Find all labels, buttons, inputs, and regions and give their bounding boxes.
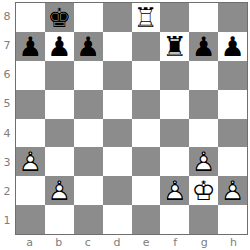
piece-black-pawn-c7[interactable]: ♙♟ — [74, 32, 103, 61]
square-b7[interactable]: ♙♟ — [45, 32, 74, 61]
square-h2[interactable]: ♟♙ — [218, 176, 247, 205]
piece-black-rook-f7[interactable]: ♖♜ — [160, 32, 189, 61]
square-b4[interactable] — [45, 119, 74, 148]
square-b6[interactable] — [45, 61, 74, 90]
square-a2[interactable] — [16, 176, 45, 205]
square-d7[interactable] — [103, 32, 132, 61]
square-c5[interactable] — [74, 90, 103, 119]
square-h8[interactable] — [218, 3, 247, 32]
file-label-e: e — [132, 235, 161, 249]
square-e6[interactable] — [132, 61, 161, 90]
piece-glyph: ♚ — [45, 3, 74, 32]
square-a7[interactable]: ♙♟ — [16, 32, 45, 61]
piece-glyph: ♙ — [45, 176, 74, 205]
file-label-h: h — [219, 235, 248, 249]
piece-white-rook-e8[interactable]: ♜♖ — [132, 3, 161, 32]
square-h3[interactable] — [218, 147, 247, 176]
square-a4[interactable] — [16, 119, 45, 148]
piece-glyph-underlay: ♟ — [189, 147, 218, 176]
square-b8[interactable]: ♔♚ — [45, 3, 74, 32]
square-c1[interactable] — [74, 205, 103, 234]
piece-black-pawn-g7[interactable]: ♙♟ — [189, 32, 218, 61]
piece-glyph: ♙ — [16, 147, 45, 176]
square-d3[interactable] — [103, 147, 132, 176]
square-h1[interactable] — [218, 205, 247, 234]
piece-glyph-underlay: ♟ — [45, 176, 74, 205]
square-a8[interactable] — [16, 3, 45, 32]
square-d4[interactable] — [103, 119, 132, 148]
square-d5[interactable] — [103, 90, 132, 119]
piece-glyph-underlay: ♜ — [132, 3, 161, 32]
square-e7[interactable] — [132, 32, 161, 61]
square-d2[interactable] — [103, 176, 132, 205]
rank-label-2: 2 — [0, 177, 14, 206]
piece-glyph: ♟ — [45, 32, 74, 61]
piece-glyph: ♙ — [160, 176, 189, 205]
piece-glyph-underlay: ♔ — [45, 3, 74, 32]
piece-white-pawn-a3[interactable]: ♟♙ — [16, 147, 45, 176]
square-g5[interactable] — [189, 90, 218, 119]
square-h7[interactable]: ♙♟ — [218, 32, 247, 61]
file-label-g: g — [190, 235, 219, 249]
square-d1[interactable] — [103, 205, 132, 234]
piece-white-pawn-h2[interactable]: ♟♙ — [218, 176, 247, 205]
square-e4[interactable] — [132, 119, 161, 148]
rank-label-1: 1 — [0, 206, 14, 235]
file-label-c: c — [73, 235, 102, 249]
square-g3[interactable]: ♟♙ — [189, 147, 218, 176]
square-h4[interactable] — [218, 119, 247, 148]
piece-glyph: ♟ — [189, 32, 218, 61]
square-g2[interactable]: ♚♔ — [189, 176, 218, 205]
rank-labels: 87654321 — [0, 2, 14, 235]
square-a5[interactable] — [16, 90, 45, 119]
square-f7[interactable]: ♖♜ — [160, 32, 189, 61]
piece-glyph: ♟ — [218, 32, 247, 61]
piece-glyph: ♜ — [160, 32, 189, 61]
square-c7[interactable]: ♙♟ — [74, 32, 103, 61]
rank-label-6: 6 — [0, 60, 14, 89]
piece-glyph-underlay: ♟ — [160, 176, 189, 205]
square-b1[interactable] — [45, 205, 74, 234]
piece-glyph-underlay: ♙ — [45, 32, 74, 61]
square-e1[interactable] — [132, 205, 161, 234]
piece-glyph: ♖ — [132, 3, 161, 32]
piece-glyph-underlay: ♟ — [16, 147, 45, 176]
rank-label-3: 3 — [0, 148, 14, 177]
rank-label-7: 7 — [0, 31, 14, 60]
square-e8[interactable]: ♜♖ — [132, 3, 161, 32]
piece-glyph-underlay: ♙ — [74, 32, 103, 61]
square-g7[interactable]: ♙♟ — [189, 32, 218, 61]
square-c8[interactable] — [74, 3, 103, 32]
square-g1[interactable] — [189, 205, 218, 234]
square-g6[interactable] — [189, 61, 218, 90]
piece-glyph: ♟ — [74, 32, 103, 61]
square-c6[interactable] — [74, 61, 103, 90]
square-a1[interactable] — [16, 205, 45, 234]
piece-glyph: ♙ — [218, 176, 247, 205]
square-f4[interactable] — [160, 119, 189, 148]
file-label-b: b — [44, 235, 73, 249]
piece-glyph-underlay: ♙ — [16, 32, 45, 61]
rank-label-4: 4 — [0, 119, 14, 148]
file-labels: abcdefgh — [15, 235, 248, 249]
file-label-d: d — [102, 235, 131, 249]
square-g4[interactable] — [189, 119, 218, 148]
square-c4[interactable] — [74, 119, 103, 148]
piece-glyph: ♟ — [16, 32, 45, 61]
square-e3[interactable] — [132, 147, 161, 176]
square-b2[interactable]: ♟♙ — [45, 176, 74, 205]
piece-glyph-underlay: ♖ — [160, 32, 189, 61]
rank-label-8: 8 — [0, 2, 14, 31]
square-f6[interactable] — [160, 61, 189, 90]
square-f5[interactable] — [160, 90, 189, 119]
square-f8[interactable] — [160, 3, 189, 32]
piece-glyph: ♙ — [189, 147, 218, 176]
square-h6[interactable] — [218, 61, 247, 90]
square-b5[interactable] — [45, 90, 74, 119]
piece-white-pawn-f2[interactable]: ♟♙ — [160, 176, 189, 205]
piece-black-king-b8[interactable]: ♔♚ — [45, 3, 74, 32]
piece-glyph-underlay: ♙ — [189, 32, 218, 61]
piece-black-pawn-a7[interactable]: ♙♟ — [16, 32, 45, 61]
square-f3[interactable] — [160, 147, 189, 176]
square-f1[interactable] — [160, 205, 189, 234]
piece-glyph: ♔ — [189, 176, 218, 205]
square-d8[interactable] — [103, 3, 132, 32]
chess-board: ♔♚♜♖♙♟♙♟♙♟♖♜♙♟♙♟♟♙♟♙♟♙♟♙♚♔♟♙ — [15, 2, 248, 235]
piece-white-pawn-b2[interactable]: ♟♙ — [45, 176, 74, 205]
piece-black-pawn-h7[interactable]: ♙♟ — [218, 32, 247, 61]
square-d6[interactable] — [103, 61, 132, 90]
piece-white-pawn-g3[interactable]: ♟♙ — [189, 147, 218, 176]
file-label-a: a — [15, 235, 44, 249]
square-c3[interactable] — [74, 147, 103, 176]
square-c2[interactable] — [74, 176, 103, 205]
square-f2[interactable]: ♟♙ — [160, 176, 189, 205]
piece-white-king-g2[interactable]: ♚♔ — [189, 176, 218, 205]
piece-glyph-underlay: ♟ — [218, 176, 247, 205]
file-label-f: f — [161, 235, 190, 249]
square-a6[interactable] — [16, 61, 45, 90]
square-e5[interactable] — [132, 90, 161, 119]
piece-glyph-underlay: ♚ — [189, 176, 218, 205]
piece-glyph-underlay: ♙ — [218, 32, 247, 61]
rank-label-5: 5 — [0, 89, 14, 118]
square-g8[interactable] — [189, 3, 218, 32]
square-h5[interactable] — [218, 90, 247, 119]
square-a3[interactable]: ♟♙ — [16, 147, 45, 176]
piece-black-pawn-b7[interactable]: ♙♟ — [45, 32, 74, 61]
square-b3[interactable] — [45, 147, 74, 176]
square-e2[interactable] — [132, 176, 161, 205]
chess-diagram: 87654321 ♔♚♜♖♙♟♙♟♙♟♖♜♙♟♙♟♟♙♟♙♟♙♟♙♚♔♟♙ ab… — [0, 0, 250, 250]
